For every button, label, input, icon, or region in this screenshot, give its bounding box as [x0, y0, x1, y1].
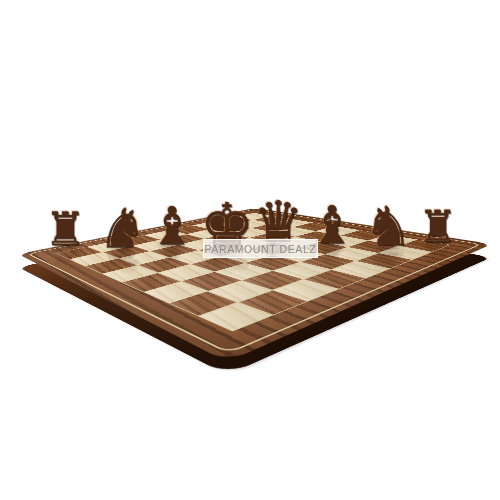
chess-piece-knight: ♞	[364, 200, 412, 247]
chess-piece-rook: ♜	[418, 205, 457, 243]
watermark: PARAMOUNT DEALZ	[203, 239, 318, 258]
rook-glyph: ♜	[44, 206, 85, 252]
chess-piece-queen: ♛	[253, 194, 303, 243]
chess-piece-knight: ♞	[99, 202, 147, 249]
chess-piece-bishop: ♝	[309, 199, 356, 244]
chess-piece-rook: ♜	[44, 206, 85, 246]
chess-piece-bishop: ♝	[149, 200, 196, 245]
knight-glyph: ♞	[99, 202, 147, 256]
rook-glyph: ♜	[418, 205, 457, 249]
product-photo-scene: ♜♞♝♚♛♝♞♜ ♜♞♝♚♛♝♞♜ PARAMOUNT DEALZ	[0, 0, 500, 500]
knight-glyph: ♞	[364, 200, 412, 254]
bishop-glyph: ♝	[149, 200, 196, 252]
